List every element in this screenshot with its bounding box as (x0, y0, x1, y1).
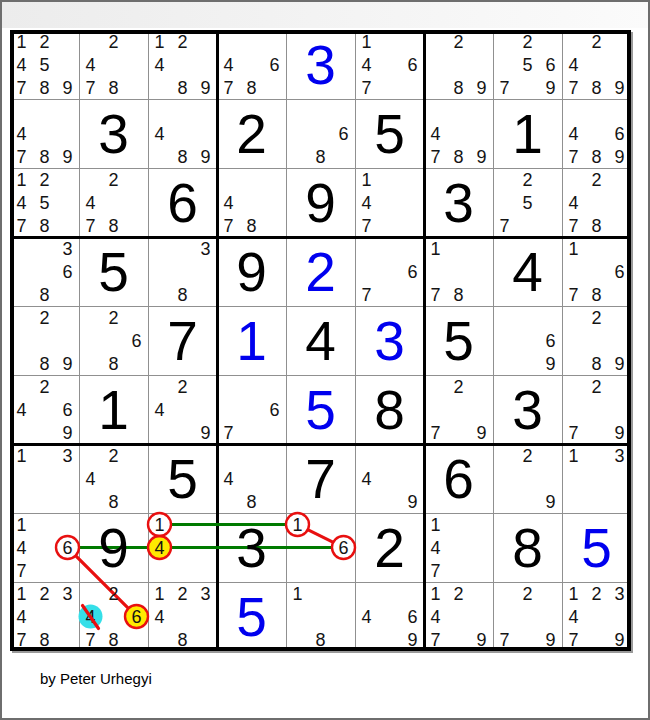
candidate-grid: 67 (355, 237, 424, 306)
empty-candidate-slot (332, 513, 355, 536)
empty-candidate-slot (240, 375, 263, 398)
empty-candidate-slot (516, 467, 539, 490)
cell-r3c1[interactable]: 124578 (10, 168, 79, 237)
candidate-4: 4 (217, 53, 240, 76)
empty-candidate-slot (447, 398, 470, 421)
empty-candidate-slot (263, 214, 286, 237)
empty-candidate-slot (401, 467, 424, 490)
candidate-9: 9 (608, 628, 631, 651)
cell-r2c2[interactable]: 3 (79, 99, 148, 168)
cell-r3c8[interactable]: 257 (493, 168, 562, 237)
cell-r2c1[interactable]: 4789 (10, 99, 79, 168)
candidate-grid: 4789 (10, 99, 79, 168)
empty-candidate-slot (493, 467, 516, 490)
candidate-8: 8 (33, 145, 56, 168)
empty-candidate-slot (585, 467, 608, 490)
cell-r5c1[interactable]: 289 (10, 306, 79, 375)
empty-candidate-slot (608, 168, 631, 191)
cell-r3c6[interactable]: 147 (355, 168, 424, 237)
candidate-1: 1 (10, 444, 33, 467)
empty-candidate-slot (240, 168, 263, 191)
candidate-1: 1 (10, 30, 33, 53)
candidate-8: 8 (102, 352, 125, 375)
cell-r8c1[interactable]: 1467 (10, 513, 79, 582)
cell-r7c5[interactable]: 7 (286, 444, 355, 513)
empty-candidate-slot (332, 582, 355, 605)
cell-r5c3[interactable]: 7 (148, 306, 217, 375)
candidate-2: 2 (33, 168, 56, 191)
solved-digit: 5 (562, 513, 631, 582)
empty-candidate-slot (148, 99, 171, 122)
candidate-1: 1 (286, 582, 309, 605)
empty-candidate-slot (33, 99, 56, 122)
empty-candidate-slot (194, 283, 217, 306)
empty-candidate-slot (125, 214, 148, 237)
empty-candidate-slot (217, 398, 240, 421)
candidate-9: 9 (56, 76, 79, 99)
cell-r9c4[interactable]: 5 (217, 582, 286, 651)
empty-candidate-slot (401, 283, 424, 306)
empty-candidate-slot (240, 30, 263, 53)
candidate-9: 9 (401, 490, 424, 513)
cell-r9c5[interactable]: 18 (286, 582, 355, 651)
candidate-9: 9 (470, 628, 493, 651)
candidate-7: 7 (355, 76, 378, 99)
cell-r1c4[interactable]: 4678 (217, 30, 286, 99)
cell-r9c7[interactable]: 12479 (424, 582, 493, 651)
cell-r3c2[interactable]: 2478 (79, 168, 148, 237)
cell-r5c8[interactable]: 69 (493, 306, 562, 375)
candidate-7: 7 (493, 76, 516, 99)
empty-candidate-slot (171, 559, 194, 582)
candidate-grid: 29 (493, 444, 562, 513)
empty-candidate-slot (79, 306, 102, 329)
candidate-7: 7 (562, 283, 585, 306)
empty-candidate-slot (355, 490, 378, 513)
cell-r2c7[interactable]: 4789 (424, 99, 493, 168)
cell-r7c2[interactable]: 248 (79, 444, 148, 513)
empty-candidate-slot (493, 582, 516, 605)
empty-candidate-slot (194, 122, 217, 145)
candidate-1: 1 (562, 582, 585, 605)
cell-r9c6[interactable]: 469 (355, 582, 424, 651)
empty-candidate-slot (539, 582, 562, 605)
candidate-grid: 1678 (562, 237, 631, 306)
solved-digit: 9 (217, 237, 286, 306)
cell-r8c4[interactable]: 3 (217, 513, 286, 582)
solved-digit: 5 (286, 375, 355, 444)
empty-candidate-slot (263, 421, 286, 444)
candidate-1: 1 (148, 513, 171, 536)
cell-r8c7[interactable]: 147 (424, 513, 493, 582)
empty-candidate-slot (562, 490, 585, 513)
cell-r6c5[interactable]: 5 (286, 375, 355, 444)
empty-candidate-slot (516, 214, 539, 237)
empty-candidate-slot (332, 628, 355, 651)
candidate-grid: 289 (562, 306, 631, 375)
candidate-grid: 14 (148, 513, 217, 582)
candidate-8: 8 (309, 145, 332, 168)
cell-r7c9[interactable]: 13 (562, 444, 631, 513)
candidate-grid: 489 (148, 99, 217, 168)
candidate-4: 4 (148, 536, 171, 559)
empty-candidate-slot (309, 536, 332, 559)
empty-candidate-slot (171, 536, 194, 559)
empty-candidate-slot (378, 628, 401, 651)
cell-r5c4[interactable]: 1 (217, 306, 286, 375)
cell-r9c3[interactable]: 12348 (148, 582, 217, 651)
empty-candidate-slot (56, 513, 79, 536)
empty-candidate-slot (33, 605, 56, 628)
empty-candidate-slot (148, 237, 171, 260)
empty-candidate-slot (585, 53, 608, 76)
candidate-2: 2 (102, 30, 125, 53)
solved-digit: 3 (355, 306, 424, 375)
empty-candidate-slot (378, 168, 401, 191)
candidate-grid: 1245789 (10, 30, 79, 99)
candidate-6: 6 (401, 260, 424, 283)
cell-r4c8[interactable]: 4 (493, 237, 562, 306)
empty-candidate-slot (355, 260, 378, 283)
empty-candidate-slot (240, 444, 263, 467)
candidate-7: 7 (10, 214, 33, 237)
candidate-4: 4 (148, 53, 171, 76)
empty-candidate-slot (401, 191, 424, 214)
empty-candidate-slot (424, 375, 447, 398)
candidate-8: 8 (240, 214, 263, 237)
cell-r7c4[interactable]: 48 (217, 444, 286, 513)
candidate-4: 4 (562, 53, 585, 76)
candidate-6: 6 (401, 605, 424, 628)
cell-r1c3[interactable]: 12489 (148, 30, 217, 99)
cell-r7c7[interactable]: 6 (424, 444, 493, 513)
empty-candidate-slot (493, 168, 516, 191)
candidate-7: 7 (10, 145, 33, 168)
candidate-2: 2 (447, 375, 470, 398)
cell-r7c3[interactable]: 5 (148, 444, 217, 513)
candidate-3: 3 (608, 582, 631, 605)
empty-candidate-slot (585, 122, 608, 145)
empty-candidate-slot (33, 398, 56, 421)
candidate-8: 8 (240, 490, 263, 513)
cell-r1c9[interactable]: 24789 (562, 30, 631, 99)
cell-r5c6[interactable]: 3 (355, 306, 424, 375)
cell-r6c2[interactable]: 1 (79, 375, 148, 444)
candidate-2: 2 (33, 306, 56, 329)
empty-candidate-slot (539, 605, 562, 628)
cell-r2c8[interactable]: 1 (493, 99, 562, 168)
cell-r8c8[interactable]: 8 (493, 513, 562, 582)
empty-candidate-slot (171, 99, 194, 122)
candidate-8: 8 (585, 145, 608, 168)
cell-r6c9[interactable]: 279 (562, 375, 631, 444)
candidate-4: 4 (148, 122, 171, 145)
cell-r8c6[interactable]: 2 (355, 513, 424, 582)
cell-r7c8[interactable]: 29 (493, 444, 562, 513)
candidate-grid: 2478 (562, 168, 631, 237)
candidate-1: 1 (424, 513, 447, 536)
cell-r2c6[interactable]: 5 (355, 99, 424, 168)
empty-candidate-slot (332, 605, 355, 628)
candidate-2: 2 (447, 30, 470, 53)
empty-candidate-slot (585, 421, 608, 444)
candidate-9: 9 (194, 421, 217, 444)
cell-r4c7[interactable]: 178 (424, 237, 493, 306)
solved-digit: 3 (286, 30, 355, 99)
empty-candidate-slot (562, 168, 585, 191)
empty-candidate-slot (608, 306, 631, 329)
cell-r2c9[interactable]: 46789 (562, 99, 631, 168)
empty-candidate-slot (217, 168, 240, 191)
candidate-grid: 268 (79, 306, 148, 375)
cell-r7c1[interactable]: 13 (10, 444, 79, 513)
cell-r9c9[interactable]: 123479 (562, 582, 631, 651)
candidate-8: 8 (33, 214, 56, 237)
candidate-7: 7 (424, 145, 447, 168)
empty-candidate-slot (263, 191, 286, 214)
empty-candidate-slot (332, 559, 355, 582)
empty-candidate-slot (355, 582, 378, 605)
empty-candidate-slot (217, 444, 240, 467)
candidate-grid: 1467 (355, 30, 424, 99)
empty-candidate-slot (562, 260, 585, 283)
empty-candidate-slot (148, 76, 171, 99)
empty-candidate-slot (493, 53, 516, 76)
candidate-4: 4 (355, 605, 378, 628)
empty-candidate-slot (148, 559, 171, 582)
candidate-2: 2 (171, 30, 194, 53)
candidate-7: 7 (424, 628, 447, 651)
candidate-8: 8 (33, 352, 56, 375)
board-area: 1245789247812489467831467289256792478947… (10, 30, 631, 651)
cell-r2c5[interactable]: 68 (286, 99, 355, 168)
empty-candidate-slot (355, 237, 378, 260)
empty-candidate-slot (401, 30, 424, 53)
empty-candidate-slot (401, 582, 424, 605)
empty-candidate-slot (516, 352, 539, 375)
cell-r6c3[interactable]: 249 (148, 375, 217, 444)
empty-candidate-slot (263, 30, 286, 53)
candidate-1: 1 (355, 30, 378, 53)
cell-r3c4[interactable]: 478 (217, 168, 286, 237)
empty-candidate-slot (10, 467, 33, 490)
empty-candidate-slot (56, 214, 79, 237)
solved-digit: 5 (217, 582, 286, 651)
candidate-7: 7 (424, 559, 447, 582)
cell-r6c4[interactable]: 67 (217, 375, 286, 444)
candidate-7: 7 (79, 76, 102, 99)
empty-candidate-slot (493, 605, 516, 628)
cell-r3c7[interactable]: 3 (424, 168, 493, 237)
cell-r1c6[interactable]: 1467 (355, 30, 424, 99)
empty-candidate-slot (378, 76, 401, 99)
empty-candidate-slot (286, 536, 309, 559)
candidate-9: 9 (470, 76, 493, 99)
empty-candidate-slot (447, 628, 470, 651)
empty-candidate-slot (56, 30, 79, 53)
cell-r8c3[interactable]: 14 (148, 513, 217, 582)
candidate-6: 6 (56, 536, 79, 559)
candidate-6: 6 (401, 53, 424, 76)
candidate-7: 7 (493, 214, 516, 237)
solved-digit: 5 (148, 444, 217, 513)
empty-candidate-slot (378, 582, 401, 605)
empty-candidate-slot (585, 490, 608, 513)
cell-r1c7[interactable]: 289 (424, 30, 493, 99)
candidate-grid: 49 (355, 444, 424, 513)
empty-candidate-slot (585, 260, 608, 283)
cell-r8c5[interactable]: 16 (286, 513, 355, 582)
candidate-8: 8 (171, 628, 194, 651)
empty-candidate-slot (194, 99, 217, 122)
candidate-grid: 249 (148, 375, 217, 444)
candidate-grid: 478 (217, 168, 286, 237)
empty-candidate-slot (309, 122, 332, 145)
empty-candidate-slot (585, 191, 608, 214)
solved-digit: 2 (286, 237, 355, 306)
candidate-2: 2 (171, 375, 194, 398)
empty-candidate-slot (562, 30, 585, 53)
candidate-grid: 289 (424, 30, 493, 99)
candidate-4: 4 (148, 605, 171, 628)
cell-r5c2[interactable]: 268 (79, 306, 148, 375)
empty-candidate-slot (608, 329, 631, 352)
candidate-9: 9 (470, 421, 493, 444)
candidate-8: 8 (33, 283, 56, 306)
empty-candidate-slot (10, 237, 33, 260)
candidate-7: 7 (355, 283, 378, 306)
cell-r2c3[interactable]: 489 (148, 99, 217, 168)
empty-candidate-slot (171, 237, 194, 260)
empty-candidate-slot (447, 260, 470, 283)
empty-candidate-slot (125, 352, 148, 375)
empty-candidate-slot (585, 99, 608, 122)
candidate-8: 8 (240, 76, 263, 99)
empty-candidate-slot (56, 191, 79, 214)
candidate-6: 6 (56, 260, 79, 283)
empty-candidate-slot (378, 237, 401, 260)
empty-candidate-slot (470, 513, 493, 536)
candidate-2: 2 (102, 582, 125, 605)
empty-candidate-slot (171, 398, 194, 421)
candidate-1: 1 (562, 237, 585, 260)
candidate-grid: 24678 (79, 582, 148, 651)
empty-candidate-slot (102, 53, 125, 76)
empty-candidate-slot (10, 329, 33, 352)
cell-r4c3[interactable]: 38 (148, 237, 217, 306)
empty-candidate-slot (125, 306, 148, 329)
cell-r6c6[interactable]: 8 (355, 375, 424, 444)
empty-candidate-slot (608, 99, 631, 122)
cell-r6c8[interactable]: 3 (493, 375, 562, 444)
empty-candidate-slot (355, 444, 378, 467)
empty-candidate-slot (102, 329, 125, 352)
solved-digit: 5 (355, 99, 424, 168)
solved-digit: 1 (493, 99, 562, 168)
empty-candidate-slot (102, 605, 125, 628)
solved-digit: 7 (286, 444, 355, 513)
empty-candidate-slot (608, 467, 631, 490)
empty-candidate-slot (378, 283, 401, 306)
cell-r5c9[interactable]: 289 (562, 306, 631, 375)
empty-candidate-slot (286, 605, 309, 628)
cell-r5c7[interactable]: 5 (424, 306, 493, 375)
cell-r3c5[interactable]: 9 (286, 168, 355, 237)
cell-r4c2[interactable]: 5 (79, 237, 148, 306)
cell-r7c6[interactable]: 49 (355, 444, 424, 513)
candidate-grid: 2478 (79, 168, 148, 237)
candidate-4: 4 (217, 191, 240, 214)
cell-r1c1[interactable]: 1245789 (10, 30, 79, 99)
cell-r4c9[interactable]: 1678 (562, 237, 631, 306)
cell-r6c7[interactable]: 279 (424, 375, 493, 444)
cell-r6c1[interactable]: 2469 (10, 375, 79, 444)
cell-r3c3[interactable]: 6 (148, 168, 217, 237)
candidate-8: 8 (585, 283, 608, 306)
candidate-3: 3 (608, 444, 631, 467)
candidate-grid: 12348 (148, 582, 217, 651)
empty-candidate-slot (79, 444, 102, 467)
empty-candidate-slot (309, 559, 332, 582)
page: 1245789247812489467831467289256792478947… (0, 0, 650, 720)
empty-candidate-slot (33, 444, 56, 467)
empty-candidate-slot (470, 122, 493, 145)
cell-r4c6[interactable]: 67 (355, 237, 424, 306)
empty-candidate-slot (79, 352, 102, 375)
candidate-6: 6 (608, 122, 631, 145)
candidate-grid: 16 (286, 513, 355, 582)
cell-r3c9[interactable]: 2478 (562, 168, 631, 237)
cell-r1c5[interactable]: 3 (286, 30, 355, 99)
candidate-4: 4 (562, 191, 585, 214)
empty-candidate-slot (470, 237, 493, 260)
empty-candidate-slot (493, 490, 516, 513)
empty-candidate-slot (10, 260, 33, 283)
candidate-6: 6 (608, 260, 631, 283)
candidate-8: 8 (171, 76, 194, 99)
cell-r1c2[interactable]: 2478 (79, 30, 148, 99)
empty-candidate-slot (608, 283, 631, 306)
empty-candidate-slot (447, 536, 470, 559)
cell-r4c1[interactable]: 368 (10, 237, 79, 306)
cell-r4c5[interactable]: 2 (286, 237, 355, 306)
cell-r2c4[interactable]: 2 (217, 99, 286, 168)
cell-r9c2[interactable]: 24678 (79, 582, 148, 651)
candidate-9: 9 (608, 76, 631, 99)
empty-candidate-slot (286, 145, 309, 168)
cell-r9c8[interactable]: 279 (493, 582, 562, 651)
candidate-5: 5 (33, 191, 56, 214)
empty-candidate-slot (33, 536, 56, 559)
cell-r4c4[interactable]: 9 (217, 237, 286, 306)
empty-candidate-slot (125, 168, 148, 191)
empty-candidate-slot (585, 329, 608, 352)
cell-r1c8[interactable]: 25679 (493, 30, 562, 99)
cell-r8c9[interactable]: 5 (562, 513, 631, 582)
empty-candidate-slot (608, 53, 631, 76)
empty-candidate-slot (585, 398, 608, 421)
candidate-4: 4 (10, 605, 33, 628)
empty-candidate-slot (148, 375, 171, 398)
cell-r9c1[interactable]: 123478 (10, 582, 79, 651)
empty-candidate-slot (148, 145, 171, 168)
candidate-8: 8 (102, 628, 125, 651)
cell-r5c5[interactable]: 4 (286, 306, 355, 375)
empty-candidate-slot (171, 513, 194, 536)
empty-candidate-slot (447, 421, 470, 444)
cell-r8c2[interactable]: 9 (79, 513, 148, 582)
candidate-2: 2 (33, 582, 56, 605)
